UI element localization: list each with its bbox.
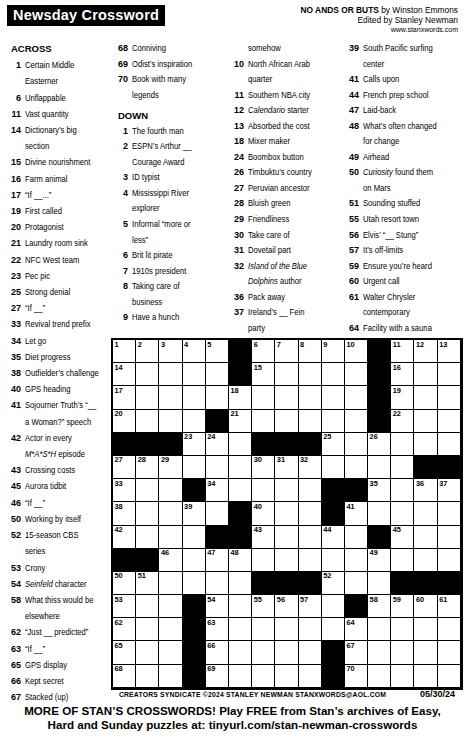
clue-number: 56 [346, 228, 363, 244]
clue-number: 50 [8, 511, 25, 527]
grid-cell[interactable] [391, 549, 414, 572]
clue: 68Conniving [115, 41, 228, 57]
clue: 66Kept secret [8, 673, 112, 689]
masthead-title: Newsday Crossword [13, 7, 159, 23]
grid-cell[interactable]: 35 [368, 479, 391, 502]
grid-cell[interactable] [275, 665, 298, 688]
grid-cell[interactable] [275, 363, 298, 386]
grid-cell[interactable] [438, 502, 461, 525]
grid-cell[interactable] [299, 549, 322, 572]
grid-cell[interactable] [368, 456, 391, 479]
grid-cell[interactable] [136, 363, 159, 386]
grid-cell[interactable] [275, 410, 298, 433]
cell-number: 39 [184, 503, 192, 510]
black-cell [322, 665, 345, 688]
grid-cell[interactable] [275, 641, 298, 664]
grid-cell[interactable] [299, 502, 322, 525]
grid-cell[interactable] [345, 572, 368, 595]
grid-cell[interactable]: 14 [113, 363, 136, 386]
clue: 61Walter Chryslercontemporary [346, 290, 464, 321]
grid-cell[interactable] [438, 526, 461, 549]
clue-text: Seinfeld character [25, 576, 98, 592]
clue: 16Farm animal [8, 171, 112, 187]
clue: 3ID typist [115, 170, 228, 186]
grid-cell[interactable] [345, 410, 368, 433]
black-cell [368, 340, 391, 363]
grid-cell[interactable] [252, 549, 275, 572]
grid-cell[interactable] [136, 410, 159, 433]
grid-cell[interactable] [183, 410, 206, 433]
grid-cell[interactable]: 39 [183, 502, 206, 525]
grid-cell[interactable] [252, 665, 275, 688]
grid-cell[interactable] [322, 410, 345, 433]
grid-cell[interactable] [414, 618, 437, 641]
grid-cell[interactable] [414, 641, 437, 664]
cell-number: 15 [254, 364, 262, 371]
grid-cell[interactable]: 43 [252, 526, 275, 549]
grid-cell[interactable] [136, 386, 159, 409]
clue-number: 18 [231, 134, 248, 150]
grid-cell[interactable] [414, 386, 437, 409]
grid-cell[interactable]: 53 [113, 595, 136, 618]
grid-cell[interactable] [345, 526, 368, 549]
grid-cell[interactable] [299, 665, 322, 688]
black-cell [322, 502, 345, 525]
cell-number: 65 [115, 642, 123, 649]
clue-text: Friendliness [248, 212, 297, 228]
grid-cell[interactable]: 15 [252, 363, 275, 386]
grid-cell[interactable]: 2 [136, 340, 159, 363]
clue-number: 11 [231, 88, 248, 104]
clue-text: Facility with a sauna [363, 321, 444, 337]
clue-number: 29 [231, 212, 248, 228]
grid-cell[interactable] [391, 618, 414, 641]
clue-text: Take care of [248, 228, 297, 244]
grid-cell[interactable] [136, 479, 159, 502]
grid-cell[interactable] [136, 595, 159, 618]
grid-cell[interactable] [299, 479, 322, 502]
clue: 67Stacked (up) [8, 689, 112, 705]
grid-cell[interactable] [438, 363, 461, 386]
clue: 25Strong denial [8, 284, 112, 300]
grid-cell[interactable] [438, 665, 461, 688]
grid-cell[interactable]: 64 [345, 618, 368, 641]
grid-cell[interactable] [183, 456, 206, 479]
grid-cell[interactable] [391, 502, 414, 525]
grid-cell[interactable] [183, 526, 206, 549]
grid-cell[interactable] [229, 572, 252, 595]
grid-cell[interactable] [252, 410, 275, 433]
grid-cell[interactable]: 42 [113, 526, 136, 549]
clue: 44French prep school [346, 88, 464, 104]
grid-cell[interactable] [299, 386, 322, 409]
grid-cell[interactable] [438, 549, 461, 572]
syndicate-credit: CREATORS SYNDICATE ©2024 STANLEY NEWMAN … [110, 691, 395, 698]
grid-cell[interactable] [229, 456, 252, 479]
cell-number: 57 [300, 596, 308, 603]
clue: 50Curiosity found themon Mars [346, 165, 464, 196]
grid-cell[interactable] [159, 572, 182, 595]
grid-cell[interactable]: 28 [136, 456, 159, 479]
clue: 13Absorbed the cost [231, 119, 344, 135]
grid-cell[interactable] [391, 641, 414, 664]
clue-number: 12 [231, 103, 248, 119]
grid-cell[interactable] [183, 363, 206, 386]
clue-text: Aurora tidbit [25, 478, 74, 494]
grid-cell[interactable]: 18 [229, 386, 252, 409]
grid-cell[interactable] [391, 665, 414, 688]
clue-text: Boombox button [248, 150, 314, 166]
grid-cell[interactable] [299, 410, 322, 433]
grid-cell[interactable] [322, 618, 345, 641]
black-cell [252, 572, 275, 595]
grid-cell[interactable]: 7 [275, 340, 298, 363]
clue: 5215-season CBSseries [8, 527, 112, 559]
puzzle-date: 05/30/24 [420, 689, 455, 699]
clue-text: Conniving [132, 41, 172, 57]
cell-number: 60 [416, 596, 424, 603]
clue: 19First called [8, 203, 112, 219]
clue-number: 57 [346, 243, 363, 259]
clue-number: 38 [8, 365, 25, 381]
cell-number: 42 [115, 526, 123, 533]
cell-number: 3 [161, 341, 165, 348]
grid-cell[interactable] [438, 641, 461, 664]
clue-text: Crony [25, 560, 49, 576]
cell-number: 31 [277, 456, 285, 463]
grid-cell[interactable] [322, 363, 345, 386]
grid-cell[interactable] [183, 549, 206, 572]
grid-cell[interactable]: 65 [113, 641, 136, 664]
grid-cell[interactable] [275, 479, 298, 502]
clue-text: Curiosity found themon Mars [363, 165, 446, 196]
clue: 2ESPN’s Arthur __Courage Award [115, 139, 228, 170]
cell-number: 47 [207, 549, 215, 556]
grid-cell[interactable]: 51 [136, 572, 159, 595]
clue: 32Island of the BlueDolphins author [231, 259, 344, 290]
puzzle-website: www.stanxwords.com [301, 25, 458, 35]
cell-number: 40 [254, 503, 262, 510]
black-cell [183, 595, 206, 618]
black-cell [229, 502, 252, 525]
grid-cell[interactable]: 26 [368, 433, 391, 456]
grid-cell[interactable]: 34 [206, 479, 229, 502]
grid-cell[interactable] [159, 386, 182, 409]
grid-cell[interactable] [345, 363, 368, 386]
grid-cell[interactable] [322, 386, 345, 409]
grid-cell[interactable] [438, 618, 461, 641]
clue: 63“If __” [8, 641, 112, 657]
grid-cell[interactable]: 61 [438, 595, 461, 618]
grid-cell[interactable]: 54 [206, 595, 229, 618]
cell-number: 66 [207, 642, 215, 649]
grid-cell[interactable] [183, 572, 206, 595]
grid-cell[interactable]: 10 [345, 340, 368, 363]
grid-cell[interactable] [414, 410, 437, 433]
clue-number: 41 [346, 72, 363, 88]
grid-cell[interactable]: 9 [322, 340, 345, 363]
black-cell [183, 618, 206, 641]
grid-cell[interactable]: 66 [206, 641, 229, 664]
grid-cell[interactable]: 58 [368, 595, 391, 618]
grid-cell[interactable]: 60 [414, 595, 437, 618]
grid-cell[interactable] [206, 363, 229, 386]
grid-cell[interactable] [299, 641, 322, 664]
grid-cell[interactable]: 6 [252, 340, 275, 363]
clue: 58What thiss would beelsewhere [8, 592, 112, 624]
clue-number: 11 [8, 106, 25, 122]
clue: 34Let go [8, 333, 112, 349]
cell-number: 29 [161, 456, 169, 463]
grid-cell[interactable] [391, 433, 414, 456]
grid-cell[interactable]: 5 [206, 340, 229, 363]
clue-number [231, 41, 248, 57]
clue-number: 5 [115, 217, 132, 248]
grid-cell[interactable]: 1 [113, 340, 136, 363]
grid-cell[interactable] [229, 595, 252, 618]
grid-cell[interactable] [159, 618, 182, 641]
grid-cell[interactable] [275, 386, 298, 409]
grid-cell[interactable] [159, 595, 182, 618]
grid-cell[interactable]: 29 [159, 456, 182, 479]
clue-number: 14 [8, 122, 25, 154]
grid-cell[interactable] [206, 386, 229, 409]
grid-cell[interactable]: 46 [159, 549, 182, 572]
grid-cell[interactable] [229, 433, 252, 456]
grid-cell[interactable] [345, 433, 368, 456]
grid-cell[interactable] [159, 363, 182, 386]
cell-number: 21 [230, 410, 238, 417]
grid-cell[interactable] [229, 665, 252, 688]
grid-cell[interactable] [345, 549, 368, 572]
grid-cell[interactable] [275, 618, 298, 641]
grid-cell[interactable] [229, 618, 252, 641]
clue-number: 67 [8, 689, 25, 705]
crossword-page: Newsday Crossword NO ANDS OR BUTS by Win… [0, 0, 465, 736]
grid-cell[interactable]: 27 [113, 456, 136, 479]
grid-cell[interactable] [183, 386, 206, 409]
grid-cell[interactable] [345, 386, 368, 409]
grid-cell[interactable] [252, 641, 275, 664]
grid-cell[interactable]: 21 [229, 410, 252, 433]
grid-cell[interactable] [414, 665, 437, 688]
grid-cell[interactable]: 4 [183, 340, 206, 363]
grid-cell[interactable]: 16 [391, 363, 414, 386]
grid-cell[interactable]: 45 [391, 526, 414, 549]
grid-cell[interactable]: 40 [252, 502, 275, 525]
grid-cell[interactable]: 33 [113, 479, 136, 502]
grid-cell[interactable] [391, 456, 414, 479]
grid-cell[interactable] [275, 526, 298, 549]
clue-number: 23 [8, 268, 25, 284]
grid-cell[interactable] [252, 479, 275, 502]
clue-text: ID typist [132, 170, 165, 186]
clue-number: 65 [8, 657, 25, 673]
clue-number: 6 [115, 248, 132, 264]
grid-cell[interactable] [229, 479, 252, 502]
grid-cell[interactable] [322, 595, 345, 618]
grid-cell[interactable]: 68 [113, 665, 136, 688]
grid-cell[interactable]: 22 [391, 410, 414, 433]
grid-cell[interactable] [159, 526, 182, 549]
grid-cell[interactable]: 48 [229, 549, 252, 572]
promo-line-1: MORE OF STAN’S CROSSWORDS! Play FREE fro… [0, 704, 465, 718]
grid-cell[interactable]: 19 [391, 386, 414, 409]
puzzle-credits: NO ANDS OR BUTS by Winston Emmons Edited… [301, 5, 458, 35]
clue-text: It’s off-limits [363, 243, 410, 259]
clue: 28Bluish green [231, 196, 344, 212]
grid-cell[interactable] [414, 526, 437, 549]
clue-text: First called [25, 203, 69, 219]
grid-cell[interactable] [136, 665, 159, 688]
cell-number: 17 [115, 387, 123, 394]
clue-number: 44 [346, 88, 363, 104]
clue-text: Certain MiddleEasterner [25, 57, 83, 89]
grid-cell[interactable] [438, 410, 461, 433]
clue-number: 35 [8, 349, 25, 365]
grid-cell[interactable]: 20 [113, 410, 136, 433]
grid-cell[interactable]: 38 [113, 502, 136, 525]
clue-number: 2 [115, 139, 132, 170]
grid-cell[interactable] [368, 665, 391, 688]
grid-cell[interactable] [136, 526, 159, 549]
clue-number: 50 [346, 165, 363, 196]
grid-cell[interactable]: 67 [345, 641, 368, 664]
grid-cell[interactable]: 37 [438, 479, 461, 502]
grid-cell[interactable]: 8 [299, 340, 322, 363]
grid-cell[interactable]: 30 [252, 456, 275, 479]
clue: 60Urgent call [346, 274, 464, 290]
grid-cell[interactable] [159, 502, 182, 525]
grid-cell[interactable]: 13 [438, 340, 461, 363]
promo-banner: MORE OF STAN’S CROSSWORDS! Play FREE fro… [0, 704, 465, 731]
grid-cell[interactable]: 44 [322, 526, 345, 549]
grid-cell[interactable] [206, 572, 229, 595]
grid-cell[interactable] [368, 502, 391, 525]
grid-cell[interactable] [345, 456, 368, 479]
clue-text: GPS heading [25, 381, 79, 397]
grid-cell[interactable] [252, 618, 275, 641]
grid-cell[interactable]: 63 [206, 618, 229, 641]
black-cell [183, 665, 206, 688]
crossword-grid: 1234567891011121314151617181920212223242… [111, 338, 463, 690]
cell-number: 28 [138, 456, 146, 463]
grid-cell[interactable]: 56 [275, 595, 298, 618]
cell-number: 19 [393, 387, 401, 394]
grid-cell[interactable]: 3 [159, 340, 182, 363]
grid-cell[interactable] [414, 549, 437, 572]
grid-cell[interactable]: 57 [299, 595, 322, 618]
clue-text: “If __” [25, 641, 49, 657]
grid-cell[interactable] [206, 456, 229, 479]
clue: 62“Just __ predicted” [8, 624, 112, 640]
cell-number: 23 [184, 433, 192, 440]
grid-cell[interactable]: 23 [183, 433, 206, 456]
cell-number: 51 [138, 572, 146, 579]
grid-cell[interactable] [299, 618, 322, 641]
grid-cell[interactable]: 41 [345, 502, 368, 525]
grid-cell[interactable] [368, 641, 391, 664]
clue-number: 49 [346, 150, 363, 166]
grid-cell[interactable]: 12 [414, 340, 437, 363]
grid-cell[interactable]: 50 [113, 572, 136, 595]
clue: 70Book with manylegends [115, 72, 228, 103]
grid-cell[interactable] [275, 549, 298, 572]
clue: 27Peruvian ancestor [231, 181, 344, 197]
grid-cell[interactable] [159, 665, 182, 688]
grid-cell[interactable]: 25 [322, 433, 345, 456]
grid-cell[interactable] [438, 386, 461, 409]
grid-cell[interactable]: 49 [368, 549, 391, 572]
grid-cell[interactable] [414, 433, 437, 456]
clue-text: Revival trend prefix [25, 316, 102, 332]
clue-number: 52 [8, 527, 25, 559]
black-cell [414, 456, 437, 479]
grid-cell[interactable]: 17 [113, 386, 136, 409]
grid-cell[interactable]: 62 [113, 618, 136, 641]
grid-cell[interactable] [206, 502, 229, 525]
grid-cell[interactable]: 32 [299, 456, 322, 479]
cell-number: 16 [393, 364, 401, 371]
cell-number: 32 [300, 456, 308, 463]
grid-cell[interactable]: 31 [275, 456, 298, 479]
grid-cell[interactable]: 70 [345, 665, 368, 688]
grid-cell[interactable]: 47 [206, 549, 229, 572]
clue: 9Have a hunch [115, 310, 228, 326]
grid-cell[interactable] [159, 641, 182, 664]
clue-text: Elvis’ “__ Stung” [363, 228, 428, 244]
grid-cell[interactable] [275, 502, 298, 525]
grid-cell[interactable]: 52 [322, 572, 345, 595]
grid-cell[interactable]: 69 [206, 665, 229, 688]
grid-cell[interactable] [414, 363, 437, 386]
grid-cell[interactable] [159, 479, 182, 502]
clue: 41Calls upon [346, 72, 464, 88]
grid-cell[interactable] [159, 410, 182, 433]
cell-number: 5 [207, 341, 211, 348]
clue-number: 37 [231, 305, 248, 336]
cell-number: 69 [207, 665, 215, 672]
grid-cell[interactable]: 24 [206, 433, 229, 456]
clue-number: 45 [8, 478, 25, 494]
clue-text: Divine nourishment [25, 154, 102, 170]
grid-cell[interactable] [136, 502, 159, 525]
grid-cell[interactable] [322, 549, 345, 572]
clue-number: 62 [8, 624, 25, 640]
grid-cell[interactable]: 55 [252, 595, 275, 618]
grid-cell[interactable] [322, 456, 345, 479]
grid-cell[interactable] [414, 502, 437, 525]
grid-cell[interactable] [368, 618, 391, 641]
grid-cell[interactable]: 11 [391, 340, 414, 363]
grid-cell[interactable] [391, 479, 414, 502]
grid-cell[interactable]: 36 [414, 479, 437, 502]
grid-cell[interactable]: 59 [391, 595, 414, 618]
grid-cell[interactable] [252, 386, 275, 409]
grid-cell[interactable] [136, 618, 159, 641]
grid-cell[interactable] [368, 572, 391, 595]
grid-cell[interactable] [229, 641, 252, 664]
puzzle-editor: Edited by Stanley Newman [301, 15, 458, 25]
clue-text: NFC West team [25, 252, 89, 268]
clue-text: Peruvian ancestor [248, 181, 321, 197]
grid-cell[interactable] [299, 526, 322, 549]
clue-text: 1910s president [132, 264, 196, 280]
grid-cell[interactable] [299, 363, 322, 386]
grid-cell[interactable] [438, 433, 461, 456]
grid-cell[interactable] [136, 641, 159, 664]
black-cell [206, 526, 229, 549]
